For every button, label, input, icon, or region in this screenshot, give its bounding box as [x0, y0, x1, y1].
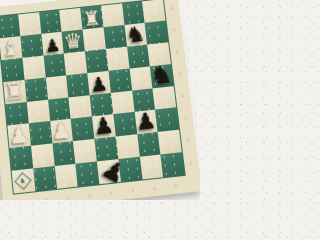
board-grid: ♜♝♟♛♞♜♟♞♟♟♟♟♞♟	[0, 0, 186, 195]
rank-label: 3	[179, 107, 191, 130]
board-square	[106, 46, 129, 70]
board-square	[43, 53, 66, 77]
board-square	[73, 139, 97, 164]
board-square	[127, 44, 150, 68]
board-square	[69, 95, 92, 119]
board-square	[145, 20, 168, 44]
board-square	[155, 108, 179, 133]
board-square	[47, 97, 70, 121]
board-square: ♜	[80, 6, 103, 30]
board-square	[142, 0, 165, 23]
board-square	[0, 15, 20, 39]
board-square	[18, 12, 41, 36]
board-square	[1, 58, 24, 82]
board-square	[129, 66, 153, 90]
board-square	[137, 132, 161, 157]
file-label: g	[143, 183, 166, 194]
file-label: b	[35, 195, 58, 200]
board-square	[33, 166, 57, 191]
board-square	[64, 51, 87, 75]
board-square: ♞	[124, 23, 147, 47]
board-square	[101, 3, 124, 27]
emblem-diamond: ♞	[15, 172, 32, 190]
board-square	[111, 90, 135, 114]
rank-label: 7	[168, 18, 180, 41]
board-square	[24, 77, 47, 101]
board-square	[158, 130, 182, 155]
board-square	[132, 88, 156, 112]
board-square	[85, 49, 108, 73]
rank-label: 5	[174, 62, 186, 85]
emblem-knight-icon: ♞	[20, 177, 27, 185]
board-square: ♟	[92, 115, 116, 140]
board-square	[29, 121, 52, 146]
file-label: d	[78, 190, 101, 200]
board-square	[20, 34, 43, 58]
chess-board: US CHESS ♜♝♟♛♞♜♟♞♟♟♟♟♞♟ abcdefgh 8765432…	[0, 0, 200, 200]
rank-label: 4	[177, 84, 189, 107]
rank-label: 1	[185, 152, 197, 176]
board-square	[82, 27, 105, 51]
board-square: ♜	[3, 80, 26, 104]
board-square	[31, 144, 55, 169]
us-chess-emblem: ♞	[12, 169, 36, 194]
board-square	[108, 68, 131, 92]
board-square	[118, 157, 142, 182]
board-square	[54, 164, 78, 189]
board-square: ♟	[134, 110, 158, 135]
board-square: ♞	[150, 64, 174, 88]
board-square	[103, 25, 126, 49]
board-square	[90, 92, 114, 116]
board-square: ♟	[87, 70, 110, 94]
rank-label: 8	[166, 0, 178, 19]
board-square	[161, 152, 185, 177]
board-square	[39, 10, 62, 34]
file-label: c	[57, 193, 80, 200]
board-square: ♝	[0, 36, 22, 60]
file-label: h	[165, 181, 188, 192]
board-square	[5, 102, 28, 126]
board-square	[66, 73, 89, 97]
board-square: ♟	[97, 159, 121, 184]
board-square: ♞	[12, 169, 36, 194]
board-square: ♟	[41, 32, 64, 56]
board-square: ♟	[50, 119, 73, 144]
board-square	[122, 1, 145, 25]
file-label: a	[13, 198, 36, 200]
board-square	[71, 117, 95, 142]
board-square: ♛	[62, 29, 85, 53]
rank-label: 6	[171, 40, 183, 63]
table-surface: { "game": "chess", "scene_title": "Green…	[0, 0, 200, 200]
file-label: e	[100, 188, 123, 199]
board-square	[116, 134, 140, 159]
board-square	[59, 8, 82, 32]
board-square	[45, 75, 68, 99]
board-square	[94, 137, 118, 162]
board-square	[22, 55, 45, 79]
file-label: f	[122, 186, 145, 197]
board-square	[139, 155, 163, 180]
board-square	[26, 99, 49, 123]
rank-label: 2	[182, 129, 194, 153]
board-square	[10, 146, 33, 171]
board-square	[153, 86, 177, 110]
board-square	[76, 162, 100, 187]
board-square: ♟	[7, 124, 30, 149]
board-square	[113, 112, 137, 137]
board-square	[52, 141, 76, 166]
board-square	[147, 42, 171, 66]
